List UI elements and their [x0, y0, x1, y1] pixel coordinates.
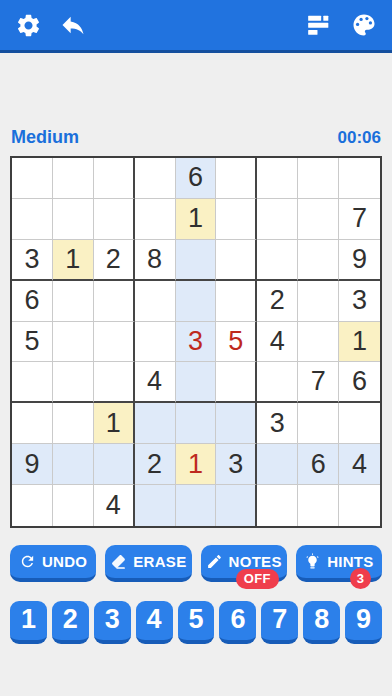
- cell-r7c7[interactable]: 3: [257, 403, 298, 444]
- notes-label: NOTES: [229, 553, 282, 570]
- cell-r6c9[interactable]: 6: [339, 362, 380, 403]
- cell-r4c2[interactable]: [53, 281, 94, 322]
- cell-r2c2[interactable]: [53, 199, 94, 240]
- cell-r9c4[interactable]: [135, 485, 176, 526]
- settings-gear-icon: [15, 12, 42, 39]
- cell-r9c1[interactable]: [12, 485, 53, 526]
- cell-r3c9[interactable]: 9: [339, 240, 380, 281]
- cell-r5c5[interactable]: 3: [176, 322, 217, 363]
- numpad-7[interactable]: 7: [261, 601, 298, 644]
- cell-r8c2[interactable]: [53, 444, 94, 485]
- undo-button-topbar[interactable]: [58, 10, 88, 40]
- cell-r9c8[interactable]: [298, 485, 339, 526]
- cell-r3c2[interactable]: 1: [53, 240, 94, 281]
- numpad-1[interactable]: 1: [10, 601, 47, 644]
- numpad-8[interactable]: 8: [303, 601, 340, 644]
- settings-button[interactable]: [13, 10, 43, 40]
- pencil-icon: [206, 553, 223, 570]
- cell-r8c6[interactable]: 3: [216, 444, 257, 485]
- numpad-6[interactable]: 6: [219, 601, 256, 644]
- cell-r7c1[interactable]: [12, 403, 53, 444]
- cell-r5c2[interactable]: [53, 322, 94, 363]
- cell-r6c2[interactable]: [53, 362, 94, 403]
- cell-r1c3[interactable]: [94, 158, 135, 199]
- cell-r1c6[interactable]: [216, 158, 257, 199]
- cell-r2c7[interactable]: [257, 199, 298, 240]
- cell-r8c1[interactable]: 9: [12, 444, 53, 485]
- hints-label: HINTS: [327, 553, 374, 570]
- cell-r9c5[interactable]: [176, 485, 217, 526]
- cell-r1c4[interactable]: [135, 158, 176, 199]
- cell-r3c5[interactable]: [176, 240, 217, 281]
- cell-r8c7[interactable]: [257, 444, 298, 485]
- eraser-icon: [110, 553, 127, 570]
- sudoku-board: 6173128962353541476139213644: [10, 156, 382, 528]
- cell-r6c4[interactable]: 4: [135, 362, 176, 403]
- cell-r2c4[interactable]: [135, 199, 176, 240]
- notes-button[interactable]: NOTES OFF: [201, 545, 287, 582]
- cell-r9c3[interactable]: 4: [94, 485, 135, 526]
- cell-r6c5[interactable]: [176, 362, 217, 403]
- cell-r2c6[interactable]: [216, 199, 257, 240]
- cell-r5c4[interactable]: [135, 322, 176, 363]
- top-bar: [0, 0, 392, 53]
- difficulty-label: Medium: [11, 127, 79, 148]
- cell-r3c7[interactable]: [257, 240, 298, 281]
- cell-r3c3[interactable]: 2: [94, 240, 135, 281]
- cell-r2c1[interactable]: [12, 199, 53, 240]
- cell-r5c9[interactable]: 1: [339, 322, 380, 363]
- cell-r8c4[interactable]: 2: [135, 444, 176, 485]
- cell-r4c7[interactable]: 2: [257, 281, 298, 322]
- cell-r5c1[interactable]: 5: [12, 322, 53, 363]
- cell-r1c5[interactable]: 6: [176, 158, 217, 199]
- cell-r5c7[interactable]: 4: [257, 322, 298, 363]
- cell-r9c9[interactable]: [339, 485, 380, 526]
- undo-label: UNDO: [42, 553, 87, 570]
- notes-off-badge: OFF: [236, 569, 279, 589]
- numpad-4[interactable]: 4: [136, 601, 173, 644]
- cell-r7c6[interactable]: [216, 403, 257, 444]
- cell-r4c4[interactable]: [135, 281, 176, 322]
- cell-r7c5[interactable]: [176, 403, 217, 444]
- cell-r6c1[interactable]: [12, 362, 53, 403]
- cell-r7c4[interactable]: [135, 403, 176, 444]
- erase-button[interactable]: ERASE: [105, 545, 191, 582]
- cell-r3c4[interactable]: 8: [135, 240, 176, 281]
- timer: 00:06: [338, 128, 381, 148]
- cell-r1c1[interactable]: [12, 158, 53, 199]
- cell-r8c9[interactable]: 4: [339, 444, 380, 485]
- cell-r2c3[interactable]: [94, 199, 135, 240]
- cell-r3c6[interactable]: [216, 240, 257, 281]
- cell-r1c7[interactable]: [257, 158, 298, 199]
- cell-r1c8[interactable]: [298, 158, 339, 199]
- action-bar: UNDO ERASE NOTES OFF HINTS 3: [10, 545, 382, 582]
- numpad-5[interactable]: 5: [178, 601, 215, 644]
- cell-r6c7[interactable]: [257, 362, 298, 403]
- cell-r7c8[interactable]: [298, 403, 339, 444]
- numpad-3[interactable]: 3: [94, 601, 131, 644]
- cell-r8c5[interactable]: 1: [176, 444, 217, 485]
- theme-button[interactable]: [349, 10, 379, 40]
- cell-r8c3[interactable]: [94, 444, 135, 485]
- hints-button[interactable]: HINTS 3: [296, 545, 382, 582]
- cell-r5c8[interactable]: [298, 322, 339, 363]
- numpad-9[interactable]: 9: [345, 601, 382, 644]
- cell-r9c7[interactable]: [257, 485, 298, 526]
- cell-r9c2[interactable]: [53, 485, 94, 526]
- cell-r2c5[interactable]: 1: [176, 199, 217, 240]
- numpad-2[interactable]: 2: [52, 601, 89, 644]
- cell-r5c6[interactable]: 5: [216, 322, 257, 363]
- cell-r7c2[interactable]: [53, 403, 94, 444]
- cell-r6c3[interactable]: [94, 362, 135, 403]
- stats-button[interactable]: [304, 10, 334, 40]
- cell-r5c3[interactable]: [94, 322, 135, 363]
- refresh-icon: [19, 553, 36, 570]
- hints-count-badge: 3: [350, 568, 371, 589]
- undo-button[interactable]: UNDO: [10, 545, 96, 582]
- cell-r4c5[interactable]: [176, 281, 217, 322]
- cell-r4c1[interactable]: 6: [12, 281, 53, 322]
- cell-r2c9[interactable]: 7: [339, 199, 380, 240]
- cell-r1c9[interactable]: [339, 158, 380, 199]
- cell-r4c9[interactable]: 3: [339, 281, 380, 322]
- cell-r6c6[interactable]: [216, 362, 257, 403]
- cell-r2c8[interactable]: [298, 199, 339, 240]
- cell-r8c8[interactable]: 6: [298, 444, 339, 485]
- cell-r4c6[interactable]: [216, 281, 257, 322]
- number-pad: 123456789: [10, 601, 382, 644]
- theme-palette-icon: [350, 11, 378, 39]
- cell-r4c3[interactable]: [94, 281, 135, 322]
- bulb-icon: [304, 553, 321, 570]
- erase-label: ERASE: [133, 553, 186, 570]
- cell-r9c6[interactable]: [216, 485, 257, 526]
- cell-r4c8[interactable]: [298, 281, 339, 322]
- status-row: Medium 00:06: [11, 127, 381, 148]
- cell-r3c1[interactable]: 3: [12, 240, 53, 281]
- undo-arrow-icon: [59, 11, 87, 39]
- cell-r7c3[interactable]: 1: [94, 403, 135, 444]
- cell-r7c9[interactable]: [339, 403, 380, 444]
- stats-bars-icon: [306, 12, 332, 38]
- cell-r6c8[interactable]: 7: [298, 362, 339, 403]
- cell-r3c8[interactable]: [298, 240, 339, 281]
- cell-r1c2[interactable]: [53, 158, 94, 199]
